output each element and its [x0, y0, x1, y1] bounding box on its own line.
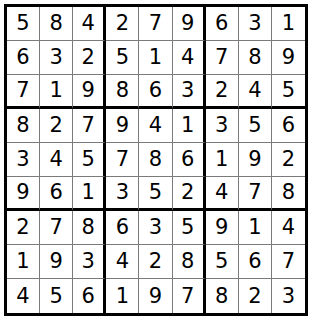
sudoku-cell-r9c4[interactable]: 1 [106, 279, 139, 313]
sudoku-cell-r4c5[interactable]: 4 [139, 109, 172, 143]
sudoku-cell-r9c2[interactable]: 5 [40, 279, 73, 313]
sudoku-cell-r3c5[interactable]: 6 [139, 75, 172, 109]
sudoku-cell-r2c6[interactable]: 4 [173, 41, 206, 75]
sudoku-cell-r9c3[interactable]: 6 [73, 279, 106, 313]
sudoku-cell-r3c7[interactable]: 2 [206, 75, 239, 109]
sudoku-cell-r4c3[interactable]: 7 [73, 109, 106, 143]
sudoku-cell-r2c5[interactable]: 1 [139, 41, 172, 75]
sudoku-cell-r3c4[interactable]: 8 [106, 75, 139, 109]
sudoku-cell-r8c1[interactable]: 1 [7, 245, 40, 279]
sudoku-cell-r7c8[interactable]: 1 [239, 211, 272, 245]
sudoku-cell-r6c3[interactable]: 1 [73, 177, 106, 211]
sudoku-cell-r2c8[interactable]: 8 [239, 41, 272, 75]
sudoku-cell-r6c7[interactable]: 4 [206, 177, 239, 211]
sudoku-cell-r2c3[interactable]: 2 [73, 41, 106, 75]
sudoku-cell-r5c3[interactable]: 5 [73, 143, 106, 177]
sudoku-cell-r5c8[interactable]: 9 [239, 143, 272, 177]
sudoku-cell-r9c9[interactable]: 3 [272, 279, 305, 313]
sudoku-cell-r4c2[interactable]: 2 [40, 109, 73, 143]
sudoku-cell-r2c2[interactable]: 3 [40, 41, 73, 75]
sudoku-cell-r1c3[interactable]: 4 [73, 7, 106, 41]
sudoku-cell-r5c1[interactable]: 3 [7, 143, 40, 177]
sudoku-cell-r2c1[interactable]: 6 [7, 41, 40, 75]
sudoku-cell-r7c9[interactable]: 4 [272, 211, 305, 245]
sudoku-board: 5842796316325147897198632458279413563457… [4, 4, 308, 316]
sudoku-cell-r7c7[interactable]: 9 [206, 211, 239, 245]
sudoku-cell-r3c8[interactable]: 4 [239, 75, 272, 109]
sudoku-cell-r2c4[interactable]: 5 [106, 41, 139, 75]
sudoku-cell-r3c6[interactable]: 3 [173, 75, 206, 109]
sudoku-cell-r6c1[interactable]: 9 [7, 177, 40, 211]
sudoku-cell-r9c7[interactable]: 8 [206, 279, 239, 313]
sudoku-cell-r8c2[interactable]: 9 [40, 245, 73, 279]
sudoku-cell-r3c3[interactable]: 9 [73, 75, 106, 109]
sudoku-cell-r6c4[interactable]: 3 [106, 177, 139, 211]
sudoku-cell-r6c9[interactable]: 8 [272, 177, 305, 211]
sudoku-cell-r4c4[interactable]: 9 [106, 109, 139, 143]
sudoku-cell-r5c4[interactable]: 7 [106, 143, 139, 177]
sudoku-cell-r5c6[interactable]: 6 [173, 143, 206, 177]
sudoku-cell-r8c5[interactable]: 2 [139, 245, 172, 279]
sudoku-cell-r7c1[interactable]: 2 [7, 211, 40, 245]
sudoku-cell-r8c7[interactable]: 5 [206, 245, 239, 279]
sudoku-cell-r1c2[interactable]: 8 [40, 7, 73, 41]
sudoku-cell-r4c6[interactable]: 1 [173, 109, 206, 143]
sudoku-cell-r3c9[interactable]: 5 [272, 75, 305, 109]
sudoku-cell-r8c4[interactable]: 4 [106, 245, 139, 279]
sudoku-cell-r7c5[interactable]: 3 [139, 211, 172, 245]
sudoku-cell-r7c4[interactable]: 6 [106, 211, 139, 245]
sudoku-cell-r1c9[interactable]: 1 [272, 7, 305, 41]
sudoku-cell-r1c1[interactable]: 5 [7, 7, 40, 41]
sudoku-cell-r5c7[interactable]: 1 [206, 143, 239, 177]
sudoku-cell-r9c8[interactable]: 2 [239, 279, 272, 313]
sudoku-cell-r6c6[interactable]: 2 [173, 177, 206, 211]
sudoku-cell-r9c6[interactable]: 7 [173, 279, 206, 313]
sudoku-cell-r3c2[interactable]: 1 [40, 75, 73, 109]
sudoku-cell-r6c5[interactable]: 5 [139, 177, 172, 211]
sudoku-cell-r1c6[interactable]: 9 [173, 7, 206, 41]
sudoku-cell-r9c1[interactable]: 4 [7, 279, 40, 313]
page: 5842796316325147897198632458279413563457… [0, 0, 312, 320]
sudoku-cell-r1c4[interactable]: 2 [106, 7, 139, 41]
sudoku-cell-r4c1[interactable]: 8 [7, 109, 40, 143]
sudoku-cell-r4c7[interactable]: 3 [206, 109, 239, 143]
sudoku-cell-r5c2[interactable]: 4 [40, 143, 73, 177]
sudoku-cell-r6c8[interactable]: 7 [239, 177, 272, 211]
sudoku-cell-r1c8[interactable]: 3 [239, 7, 272, 41]
sudoku-cell-r1c5[interactable]: 7 [139, 7, 172, 41]
sudoku-cell-r9c5[interactable]: 9 [139, 279, 172, 313]
sudoku-cell-r8c9[interactable]: 7 [272, 245, 305, 279]
sudoku-cell-r4c9[interactable]: 6 [272, 109, 305, 143]
sudoku-cell-r2c7[interactable]: 7 [206, 41, 239, 75]
sudoku-cell-r3c1[interactable]: 7 [7, 75, 40, 109]
sudoku-cell-r8c8[interactable]: 6 [239, 245, 272, 279]
sudoku-cell-r5c5[interactable]: 8 [139, 143, 172, 177]
sudoku-cell-r5c9[interactable]: 2 [272, 143, 305, 177]
sudoku-cell-r2c9[interactable]: 9 [272, 41, 305, 75]
sudoku-cell-r8c3[interactable]: 3 [73, 245, 106, 279]
sudoku-cell-r6c2[interactable]: 6 [40, 177, 73, 211]
sudoku-cell-r7c6[interactable]: 5 [173, 211, 206, 245]
sudoku-cell-r8c6[interactable]: 8 [173, 245, 206, 279]
sudoku-cell-r4c8[interactable]: 5 [239, 109, 272, 143]
sudoku-cell-r7c3[interactable]: 8 [73, 211, 106, 245]
sudoku-cell-r7c2[interactable]: 7 [40, 211, 73, 245]
sudoku-cell-r1c7[interactable]: 6 [206, 7, 239, 41]
